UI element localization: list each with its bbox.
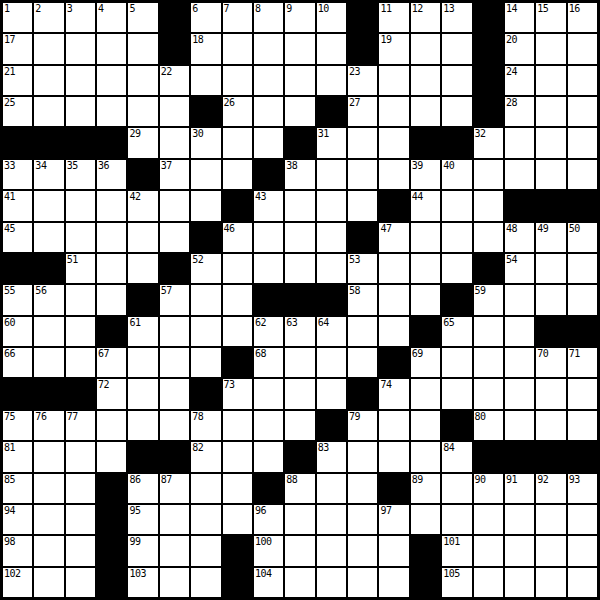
cell-r10c4[interactable] <box>97 285 126 314</box>
cell-r17c18[interactable] <box>536 505 565 534</box>
cell-r5c17[interactable] <box>505 128 534 157</box>
cell-r1c11[interactable]: 10 <box>317 3 346 32</box>
cell-r2c15[interactable] <box>442 34 471 63</box>
cell-r4c9[interactable] <box>254 97 283 126</box>
cell-r10c18[interactable] <box>536 285 565 314</box>
cell-r6c7[interactable] <box>191 160 220 189</box>
cell-r15c14[interactable] <box>411 442 440 471</box>
cell-r11c17[interactable] <box>505 317 534 346</box>
cell-r13c9[interactable] <box>254 379 283 408</box>
cell-r17c13[interactable]: 97 <box>379 505 408 534</box>
cell-r6c18[interactable] <box>536 160 565 189</box>
cell-r12c9[interactable]: 68 <box>254 348 283 377</box>
cell-r7c16[interactable] <box>474 191 503 220</box>
cell-r9c12[interactable]: 53 <box>348 254 377 283</box>
cell-r11c5[interactable]: 61 <box>128 317 157 346</box>
cell-r17c10[interactable] <box>285 505 314 534</box>
cell-r3c3[interactable] <box>66 66 95 95</box>
cell-r7c7[interactable] <box>191 191 220 220</box>
cell-r5c18[interactable] <box>536 128 565 157</box>
cell-r16c16[interactable]: 90 <box>474 474 503 503</box>
cell-r4c10[interactable] <box>285 97 314 126</box>
cell-r4c8[interactable]: 26 <box>223 97 252 126</box>
cell-r19c11[interactable] <box>317 568 346 597</box>
cell-r1c7[interactable]: 6 <box>191 3 220 32</box>
cell-r1c18[interactable]: 15 <box>536 3 565 32</box>
cell-r10c19[interactable] <box>568 285 597 314</box>
cell-r2c18[interactable] <box>536 34 565 63</box>
cell-r16c7[interactable] <box>191 474 220 503</box>
cell-r12c18[interactable]: 70 <box>536 348 565 377</box>
cell-r11c10[interactable]: 63 <box>285 317 314 346</box>
cell-r12c4[interactable]: 67 <box>97 348 126 377</box>
cell-r3c9[interactable] <box>254 66 283 95</box>
cell-r11c8[interactable] <box>223 317 252 346</box>
cell-r12c6[interactable] <box>160 348 189 377</box>
cell-r2c13[interactable]: 19 <box>379 34 408 63</box>
cell-r17c15[interactable] <box>442 505 471 534</box>
cell-r12c11[interactable] <box>317 348 346 377</box>
cell-r17c8[interactable] <box>223 505 252 534</box>
cell-r11c15[interactable]: 65 <box>442 317 471 346</box>
cell-r4c12[interactable]: 27 <box>348 97 377 126</box>
cell-r6c11[interactable] <box>317 160 346 189</box>
cell-r3c19[interactable] <box>568 66 597 95</box>
cell-r4c13[interactable] <box>379 97 408 126</box>
cell-r2c5[interactable] <box>128 34 157 63</box>
cell-r12c16[interactable] <box>474 348 503 377</box>
cell-r16c3[interactable] <box>66 474 95 503</box>
cell-r16c12[interactable] <box>348 474 377 503</box>
cell-r18c1[interactable]: 98 <box>3 536 32 565</box>
cell-r14c4[interactable] <box>97 411 126 440</box>
cell-r17c7[interactable] <box>191 505 220 534</box>
cell-r1c13[interactable]: 11 <box>379 3 408 32</box>
cell-r17c12[interactable] <box>348 505 377 534</box>
cell-r17c3[interactable] <box>66 505 95 534</box>
cell-r5c5[interactable]: 29 <box>128 128 157 157</box>
cell-r4c5[interactable] <box>128 97 157 126</box>
cell-r11c3[interactable] <box>66 317 95 346</box>
cell-r4c17[interactable]: 28 <box>505 97 534 126</box>
cell-r8c1[interactable]: 45 <box>3 223 32 252</box>
cell-r3c15[interactable] <box>442 66 471 95</box>
cell-r1c9[interactable]: 8 <box>254 3 283 32</box>
cell-r6c14[interactable]: 39 <box>411 160 440 189</box>
cell-r14c2[interactable]: 76 <box>34 411 63 440</box>
cell-r9c18[interactable] <box>536 254 565 283</box>
cell-r11c13[interactable] <box>379 317 408 346</box>
cell-r10c3[interactable] <box>66 285 95 314</box>
cell-r11c11[interactable]: 64 <box>317 317 346 346</box>
cell-r4c4[interactable] <box>97 97 126 126</box>
cell-r3c13[interactable] <box>379 66 408 95</box>
cell-r2c10[interactable] <box>285 34 314 63</box>
cell-r8c4[interactable] <box>97 223 126 252</box>
cell-r11c6[interactable] <box>160 317 189 346</box>
cell-r10c1[interactable]: 55 <box>3 285 32 314</box>
cell-r6c12[interactable] <box>348 160 377 189</box>
cell-r4c19[interactable] <box>568 97 597 126</box>
cell-r1c10[interactable]: 9 <box>285 3 314 32</box>
cell-r16c1[interactable]: 85 <box>3 474 32 503</box>
cell-r3c2[interactable] <box>34 66 63 95</box>
cell-r11c1[interactable]: 60 <box>3 317 32 346</box>
cell-r17c2[interactable] <box>34 505 63 534</box>
cell-r5c8[interactable] <box>223 128 252 157</box>
cell-r7c11[interactable] <box>317 191 346 220</box>
cell-r15c15[interactable]: 84 <box>442 442 471 471</box>
cell-r13c8[interactable]: 73 <box>223 379 252 408</box>
cell-r18c2[interactable] <box>34 536 63 565</box>
cell-r1c19[interactable]: 16 <box>568 3 597 32</box>
cell-r3c14[interactable] <box>411 66 440 95</box>
cell-r12c7[interactable] <box>191 348 220 377</box>
cell-r5c13[interactable] <box>379 128 408 157</box>
cell-r6c6[interactable]: 37 <box>160 160 189 189</box>
cell-r5c19[interactable] <box>568 128 597 157</box>
cell-r13c13[interactable]: 74 <box>379 379 408 408</box>
cell-r12c14[interactable]: 69 <box>411 348 440 377</box>
cell-r2c8[interactable] <box>223 34 252 63</box>
cell-r13c15[interactable] <box>442 379 471 408</box>
cell-r6c16[interactable] <box>474 160 503 189</box>
cell-r14c17[interactable] <box>505 411 534 440</box>
cell-r13c11[interactable] <box>317 379 346 408</box>
cell-r11c9[interactable]: 62 <box>254 317 283 346</box>
cell-r17c14[interactable] <box>411 505 440 534</box>
cell-r15c12[interactable] <box>348 442 377 471</box>
cell-r10c7[interactable] <box>191 285 220 314</box>
cell-r16c8[interactable] <box>223 474 252 503</box>
cell-r3c11[interactable] <box>317 66 346 95</box>
cell-r18c19[interactable] <box>568 536 597 565</box>
cell-r8c17[interactable]: 48 <box>505 223 534 252</box>
cell-r6c15[interactable]: 40 <box>442 160 471 189</box>
cell-r8c19[interactable]: 50 <box>568 223 597 252</box>
cell-r11c16[interactable] <box>474 317 503 346</box>
cell-r4c15[interactable] <box>442 97 471 126</box>
cell-r19c3[interactable] <box>66 568 95 597</box>
cell-r13c18[interactable] <box>536 379 565 408</box>
cell-r7c10[interactable] <box>285 191 314 220</box>
cell-r3c7[interactable] <box>191 66 220 95</box>
cell-r16c2[interactable] <box>34 474 63 503</box>
cell-r10c17[interactable] <box>505 285 534 314</box>
cell-r19c19[interactable] <box>568 568 597 597</box>
cell-r19c17[interactable] <box>505 568 534 597</box>
cell-r1c3[interactable]: 3 <box>66 3 95 32</box>
cell-r8c16[interactable] <box>474 223 503 252</box>
cell-r18c10[interactable] <box>285 536 314 565</box>
cell-r6c10[interactable]: 38 <box>285 160 314 189</box>
cell-r3c5[interactable] <box>128 66 157 95</box>
cell-r8c11[interactable] <box>317 223 346 252</box>
cell-r14c18[interactable] <box>536 411 565 440</box>
cell-r12c10[interactable] <box>285 348 314 377</box>
cell-r5c9[interactable] <box>254 128 283 157</box>
cell-r16c15[interactable] <box>442 474 471 503</box>
cell-r11c7[interactable] <box>191 317 220 346</box>
cell-r15c7[interactable]: 82 <box>191 442 220 471</box>
cell-r12c3[interactable] <box>66 348 95 377</box>
cell-r14c13[interactable] <box>379 411 408 440</box>
cell-r4c3[interactable] <box>66 97 95 126</box>
cell-r8c8[interactable]: 46 <box>223 223 252 252</box>
cell-r15c1[interactable]: 81 <box>3 442 32 471</box>
cell-r14c9[interactable] <box>254 411 283 440</box>
cell-r3c12[interactable]: 23 <box>348 66 377 95</box>
cell-r3c18[interactable] <box>536 66 565 95</box>
cell-r9c15[interactable] <box>442 254 471 283</box>
cell-r3c6[interactable]: 22 <box>160 66 189 95</box>
cell-r13c6[interactable] <box>160 379 189 408</box>
cell-r9c10[interactable] <box>285 254 314 283</box>
cell-r4c18[interactable] <box>536 97 565 126</box>
cell-r4c14[interactable] <box>411 97 440 126</box>
cell-r15c8[interactable] <box>223 442 252 471</box>
cell-r19c15[interactable]: 105 <box>442 568 471 597</box>
cell-r19c18[interactable] <box>536 568 565 597</box>
cell-r8c5[interactable] <box>128 223 157 252</box>
cell-r1c4[interactable]: 4 <box>97 3 126 32</box>
cell-r10c8[interactable] <box>223 285 252 314</box>
cell-r8c10[interactable] <box>285 223 314 252</box>
cell-r17c11[interactable] <box>317 505 346 534</box>
black-cell-r13c2 <box>34 379 63 408</box>
cell-r8c2[interactable] <box>34 223 63 252</box>
cell-r17c9[interactable]: 96 <box>254 505 283 534</box>
cell-r11c12[interactable] <box>348 317 377 346</box>
cell-r9c9[interactable] <box>254 254 283 283</box>
cell-r3c10[interactable] <box>285 66 314 95</box>
cell-r2c2[interactable] <box>34 34 63 63</box>
cell-r8c18[interactable]: 49 <box>536 223 565 252</box>
cell-r5c7[interactable]: 30 <box>191 128 220 157</box>
cell-r9c8[interactable] <box>223 254 252 283</box>
cell-r7c14[interactable]: 44 <box>411 191 440 220</box>
cell-r18c15[interactable]: 101 <box>442 536 471 565</box>
cell-r10c12[interactable]: 58 <box>348 285 377 314</box>
cell-r5c11[interactable]: 31 <box>317 128 346 157</box>
cell-r19c10[interactable] <box>285 568 314 597</box>
cell-r1c15[interactable]: 13 <box>442 3 471 32</box>
cell-r7c6[interactable] <box>160 191 189 220</box>
cell-r1c17[interactable]: 14 <box>505 3 534 32</box>
cell-r15c2[interactable] <box>34 442 63 471</box>
cell-r14c10[interactable] <box>285 411 314 440</box>
cell-r17c16[interactable] <box>474 505 503 534</box>
cell-r15c4[interactable] <box>97 442 126 471</box>
cell-r13c14[interactable] <box>411 379 440 408</box>
cell-r9c13[interactable] <box>379 254 408 283</box>
cell-r13c5[interactable] <box>128 379 157 408</box>
cell-r8c13[interactable]: 47 <box>379 223 408 252</box>
cell-r10c16[interactable]: 59 <box>474 285 503 314</box>
cell-r16c6[interactable]: 87 <box>160 474 189 503</box>
cell-r6c17[interactable] <box>505 160 534 189</box>
cell-r7c9[interactable]: 43 <box>254 191 283 220</box>
cell-r2c4[interactable] <box>97 34 126 63</box>
cell-r2c17[interactable]: 20 <box>505 34 534 63</box>
cell-r4c2[interactable] <box>34 97 63 126</box>
cell-r19c6[interactable] <box>160 568 189 597</box>
cell-r16c10[interactable]: 88 <box>285 474 314 503</box>
cell-r3c4[interactable] <box>97 66 126 95</box>
cell-r17c5[interactable]: 95 <box>128 505 157 534</box>
cell-r18c5[interactable]: 99 <box>128 536 157 565</box>
cell-r12c15[interactable] <box>442 348 471 377</box>
cell-r16c17[interactable]: 91 <box>505 474 534 503</box>
cell-r16c5[interactable]: 86 <box>128 474 157 503</box>
cell-r11c2[interactable] <box>34 317 63 346</box>
cell-r15c13[interactable] <box>379 442 408 471</box>
cell-r6c13[interactable] <box>379 160 408 189</box>
cell-r8c9[interactable] <box>254 223 283 252</box>
cell-r19c1[interactable]: 102 <box>3 568 32 597</box>
cell-r16c19[interactable]: 93 <box>568 474 597 503</box>
cell-r7c4[interactable] <box>97 191 126 220</box>
cell-r3c8[interactable] <box>223 66 252 95</box>
cell-r18c6[interactable] <box>160 536 189 565</box>
cell-r14c3[interactable]: 77 <box>66 411 95 440</box>
cell-r17c6[interactable] <box>160 505 189 534</box>
cell-r6c3[interactable]: 35 <box>66 160 95 189</box>
cell-r4c6[interactable] <box>160 97 189 126</box>
cell-r9c3[interactable]: 51 <box>66 254 95 283</box>
cell-r13c10[interactable] <box>285 379 314 408</box>
cell-r2c9[interactable] <box>254 34 283 63</box>
cell-r12c1[interactable]: 66 <box>3 348 32 377</box>
cell-r14c16[interactable]: 80 <box>474 411 503 440</box>
cell-r15c9[interactable] <box>254 442 283 471</box>
cell-r19c16[interactable] <box>474 568 503 597</box>
cell-r2c3[interactable] <box>66 34 95 63</box>
cell-r12c19[interactable]: 71 <box>568 348 597 377</box>
cell-r17c19[interactable] <box>568 505 597 534</box>
cell-r12c2[interactable] <box>34 348 63 377</box>
cell-r8c3[interactable] <box>66 223 95 252</box>
cell-r10c6[interactable]: 57 <box>160 285 189 314</box>
cell-r14c7[interactable]: 78 <box>191 411 220 440</box>
cell-r9c14[interactable] <box>411 254 440 283</box>
cell-r19c9[interactable]: 104 <box>254 568 283 597</box>
cell-r18c9[interactable]: 100 <box>254 536 283 565</box>
cell-r6c4[interactable]: 36 <box>97 160 126 189</box>
cell-r8c14[interactable] <box>411 223 440 252</box>
cell-r7c3[interactable] <box>66 191 95 220</box>
cell-r12c17[interactable] <box>505 348 534 377</box>
cell-r14c1[interactable]: 75 <box>3 411 32 440</box>
cell-r5c12[interactable] <box>348 128 377 157</box>
cell-r14c8[interactable] <box>223 411 252 440</box>
cell-r2c7[interactable]: 18 <box>191 34 220 63</box>
cell-r17c1[interactable]: 94 <box>3 505 32 534</box>
cell-r1c8[interactable]: 7 <box>223 3 252 32</box>
cell-r18c7[interactable] <box>191 536 220 565</box>
cell-r3c17[interactable]: 24 <box>505 66 534 95</box>
black-cell-r5c4 <box>97 128 126 157</box>
cell-r18c3[interactable] <box>66 536 95 565</box>
cell-r10c13[interactable] <box>379 285 408 314</box>
clue-number: 62 <box>255 317 266 328</box>
cell-r9c11[interactable] <box>317 254 346 283</box>
cell-r5c16[interactable]: 32 <box>474 128 503 157</box>
cell-r9c4[interactable] <box>97 254 126 283</box>
cell-r16c18[interactable]: 92 <box>536 474 565 503</box>
cell-r7c2[interactable] <box>34 191 63 220</box>
cell-r12c12[interactable] <box>348 348 377 377</box>
cell-r14c14[interactable] <box>411 411 440 440</box>
cell-r18c17[interactable] <box>505 536 534 565</box>
cell-r12c5[interactable] <box>128 348 157 377</box>
cell-r18c18[interactable] <box>536 536 565 565</box>
cell-r2c1[interactable]: 17 <box>3 34 32 63</box>
cell-r8c6[interactable] <box>160 223 189 252</box>
cell-r14c19[interactable] <box>568 411 597 440</box>
cell-r6c19[interactable] <box>568 160 597 189</box>
cell-r1c5[interactable]: 5 <box>128 3 157 32</box>
cell-r9c7[interactable]: 52 <box>191 254 220 283</box>
cell-r13c17[interactable] <box>505 379 534 408</box>
cell-r1c1[interactable]: 1 <box>3 3 32 32</box>
cell-r14c6[interactable] <box>160 411 189 440</box>
cell-r19c5[interactable]: 103 <box>128 568 157 597</box>
cell-r14c12[interactable]: 79 <box>348 411 377 440</box>
cell-r9c17[interactable]: 54 <box>505 254 534 283</box>
cell-r13c16[interactable] <box>474 379 503 408</box>
cell-r2c14[interactable] <box>411 34 440 63</box>
cell-r10c2[interactable]: 56 <box>34 285 63 314</box>
cell-r5c6[interactable] <box>160 128 189 157</box>
cell-r7c1[interactable]: 41 <box>3 191 32 220</box>
cell-r16c11[interactable] <box>317 474 346 503</box>
cell-r6c8[interactable] <box>223 160 252 189</box>
cell-r18c11[interactable] <box>317 536 346 565</box>
cell-r15c11[interactable]: 83 <box>317 442 346 471</box>
cell-r9c19[interactable] <box>568 254 597 283</box>
cell-r2c19[interactable] <box>568 34 597 63</box>
cell-r7c12[interactable] <box>348 191 377 220</box>
cell-r17c17[interactable] <box>505 505 534 534</box>
cell-r14c5[interactable] <box>128 411 157 440</box>
cell-r15c3[interactable] <box>66 442 95 471</box>
cell-r16c14[interactable]: 89 <box>411 474 440 503</box>
cell-r6c1[interactable]: 33 <box>3 160 32 189</box>
cell-r7c5[interactable]: 42 <box>128 191 157 220</box>
cell-r13c4[interactable]: 72 <box>97 379 126 408</box>
cell-r19c2[interactable] <box>34 568 63 597</box>
cell-r7c15[interactable] <box>442 191 471 220</box>
cell-r18c13[interactable] <box>379 536 408 565</box>
cell-r8c15[interactable] <box>442 223 471 252</box>
cell-r1c14[interactable]: 12 <box>411 3 440 32</box>
cell-r19c7[interactable] <box>191 568 220 597</box>
cell-r18c12[interactable] <box>348 536 377 565</box>
cell-r19c12[interactable] <box>348 568 377 597</box>
cell-r3c1[interactable]: 21 <box>3 66 32 95</box>
cell-r2c11[interactable] <box>317 34 346 63</box>
cell-r4c1[interactable]: 25 <box>3 97 32 126</box>
cell-r9c5[interactable] <box>128 254 157 283</box>
cell-r18c16[interactable] <box>474 536 503 565</box>
cell-r13c19[interactable] <box>568 379 597 408</box>
cell-r10c14[interactable] <box>411 285 440 314</box>
cell-r19c13[interactable] <box>379 568 408 597</box>
cell-r1c2[interactable]: 2 <box>34 3 63 32</box>
cell-r6c2[interactable]: 34 <box>34 160 63 189</box>
clue-number: 27 <box>349 97 360 108</box>
